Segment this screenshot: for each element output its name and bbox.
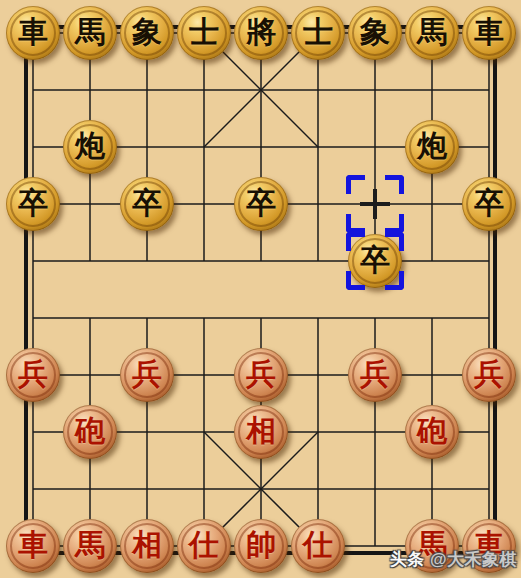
piece-glyph: 兵 <box>18 359 48 389</box>
piece-glyph: 卒 <box>474 188 504 218</box>
piece-glyph: 卒 <box>246 188 276 218</box>
piece-glyph: 士 <box>189 17 219 47</box>
piece-black-horse[interactable]: 馬 <box>63 6 117 60</box>
piece-black-chariot[interactable]: 車 <box>6 6 60 60</box>
piece-black-elephant[interactable]: 象 <box>120 6 174 60</box>
piece-black-chariot[interactable]: 車 <box>462 6 516 60</box>
piece-glyph: 馬 <box>75 17 105 47</box>
piece-red-advisor[interactable]: 仕 <box>291 519 345 573</box>
xiangqi-board[interactable]: 車馬象士將士象馬車炮炮卒卒卒卒卒兵兵兵兵兵砲相砲車馬相仕帥仕馬車 头条 @大禾象… <box>0 0 521 578</box>
piece-red-soldier[interactable]: 兵 <box>462 348 516 402</box>
piece-red-general[interactable]: 帥 <box>234 519 288 573</box>
piece-black-cannon[interactable]: 炮 <box>63 120 117 174</box>
piece-red-chariot[interactable]: 車 <box>6 519 60 573</box>
piece-red-soldier[interactable]: 兵 <box>6 348 60 402</box>
piece-red-advisor[interactable]: 仕 <box>177 519 231 573</box>
piece-black-horse[interactable]: 馬 <box>405 6 459 60</box>
piece-glyph: 兵 <box>246 359 276 389</box>
piece-glyph: 馬 <box>417 17 447 47</box>
piece-glyph: 仕 <box>189 530 219 560</box>
piece-red-elephant[interactable]: 相 <box>234 405 288 459</box>
piece-black-soldier[interactable]: 卒 <box>348 234 402 288</box>
piece-red-horse[interactable]: 馬 <box>63 519 117 573</box>
piece-red-soldier[interactable]: 兵 <box>348 348 402 402</box>
watermark-handle: @大禾象棋 <box>425 550 517 569</box>
piece-glyph: 卒 <box>132 188 162 218</box>
piece-glyph: 馬 <box>75 530 105 560</box>
piece-glyph: 相 <box>246 416 276 446</box>
piece-glyph: 仕 <box>303 530 333 560</box>
piece-glyph: 砲 <box>75 416 105 446</box>
piece-glyph: 砲 <box>417 416 447 446</box>
piece-glyph: 兵 <box>360 359 390 389</box>
piece-red-soldier[interactable]: 兵 <box>234 348 288 402</box>
piece-glyph: 車 <box>474 17 504 47</box>
pieces-layer: 車馬象士將士象馬車炮炮卒卒卒卒卒兵兵兵兵兵砲相砲車馬相仕帥仕馬車 <box>0 0 521 578</box>
piece-glyph: 車 <box>18 17 48 47</box>
piece-black-elephant[interactable]: 象 <box>348 6 402 60</box>
watermark: 头条 @大禾象棋 <box>390 548 517 571</box>
piece-black-cannon[interactable]: 炮 <box>405 120 459 174</box>
piece-glyph: 士 <box>303 17 333 47</box>
piece-glyph: 相 <box>132 530 162 560</box>
piece-glyph: 卒 <box>18 188 48 218</box>
piece-black-general[interactable]: 將 <box>234 6 288 60</box>
piece-black-advisor[interactable]: 士 <box>177 6 231 60</box>
piece-black-soldier[interactable]: 卒 <box>234 177 288 231</box>
watermark-brand: 头条 <box>390 550 425 569</box>
piece-glyph: 兵 <box>474 359 504 389</box>
piece-black-advisor[interactable]: 士 <box>291 6 345 60</box>
piece-black-soldier[interactable]: 卒 <box>6 177 60 231</box>
piece-red-soldier[interactable]: 兵 <box>120 348 174 402</box>
piece-glyph: 炮 <box>75 131 105 161</box>
piece-glyph: 象 <box>132 17 162 47</box>
piece-black-soldier[interactable]: 卒 <box>120 177 174 231</box>
piece-glyph: 帥 <box>246 530 276 560</box>
piece-glyph: 將 <box>246 17 276 47</box>
piece-black-soldier[interactable]: 卒 <box>462 177 516 231</box>
piece-glyph: 車 <box>18 530 48 560</box>
piece-glyph: 炮 <box>417 131 447 161</box>
piece-red-cannon[interactable]: 砲 <box>405 405 459 459</box>
piece-glyph: 象 <box>360 17 390 47</box>
piece-glyph: 兵 <box>132 359 162 389</box>
piece-red-elephant[interactable]: 相 <box>120 519 174 573</box>
piece-glyph: 卒 <box>360 245 390 275</box>
piece-red-cannon[interactable]: 砲 <box>63 405 117 459</box>
